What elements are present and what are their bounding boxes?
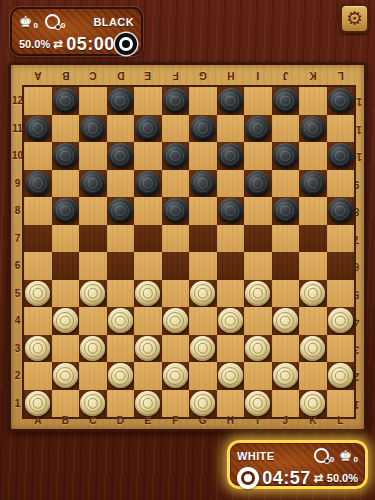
square-a8[interactable]: [24, 197, 52, 225]
board-grid: [24, 87, 354, 417]
square-h10[interactable]: [217, 142, 245, 170]
square-e3[interactable]: [134, 335, 162, 363]
square-l7[interactable]: [327, 225, 355, 253]
square-i5[interactable]: [244, 280, 272, 308]
white-piece[interactable]: [300, 336, 325, 361]
square-j2[interactable]: [272, 362, 300, 390]
square-j9[interactable]: [272, 170, 300, 198]
square-b11[interactable]: [52, 115, 80, 143]
black-piece[interactable]: [300, 171, 325, 196]
black-piece[interactable]: [328, 198, 353, 223]
square-b9[interactable]: [52, 170, 80, 198]
file-label-bottom-a: A: [24, 412, 52, 428]
white-piece-indicator-icon: [237, 467, 259, 489]
square-a4[interactable]: [24, 307, 52, 335]
square-b3[interactable]: [52, 335, 80, 363]
square-j6[interactable]: [272, 252, 300, 280]
square-a7[interactable]: [24, 225, 52, 253]
checker-piece-icon: [45, 14, 60, 29]
black-piece[interactable]: [80, 116, 105, 141]
black-piece[interactable]: [218, 88, 243, 113]
black-piece[interactable]: [135, 116, 160, 141]
file-label-top-k: K: [299, 68, 327, 84]
white-piece[interactable]: [53, 308, 78, 333]
file-label-top-g: G: [189, 68, 217, 84]
black-piece[interactable]: [218, 143, 243, 168]
square-c4[interactable]: [79, 307, 107, 335]
black-piece[interactable]: [135, 171, 160, 196]
square-b8[interactable]: [52, 197, 80, 225]
black-piece[interactable]: [190, 171, 215, 196]
white-piece[interactable]: [108, 308, 133, 333]
file-label-top-i: I: [244, 68, 272, 84]
white-piece[interactable]: [218, 363, 243, 388]
rank-label-left-6: 6: [11, 252, 24, 280]
black-piece[interactable]: [108, 143, 133, 168]
swap-arrows-icon: ⇄: [314, 472, 324, 484]
rank-label-left-10: 10: [11, 142, 24, 170]
square-f7[interactable]: [162, 225, 190, 253]
square-h12[interactable]: [217, 87, 245, 115]
square-l9[interactable]: [327, 170, 355, 198]
square-j3[interactable]: [272, 335, 300, 363]
square-j4[interactable]: [272, 307, 300, 335]
square-h2[interactable]: [217, 362, 245, 390]
square-g10[interactable]: [189, 142, 217, 170]
square-e2[interactable]: [134, 362, 162, 390]
white-piece[interactable]: [300, 281, 325, 306]
square-d6[interactable]: [107, 252, 135, 280]
black-piece[interactable]: [108, 88, 133, 113]
square-a2[interactable]: [24, 362, 52, 390]
square-l3[interactable]: [327, 335, 355, 363]
file-label-bottom-c: C: [79, 412, 107, 428]
square-g9[interactable]: [189, 170, 217, 198]
square-a9[interactable]: [24, 170, 52, 198]
rank-label-left-11: 11: [11, 115, 24, 143]
file-labels-top: ABCDEFGHIJKL: [24, 68, 354, 84]
black-piece[interactable]: [53, 143, 78, 168]
rank-label-left-9: 9: [11, 170, 24, 198]
square-g7[interactable]: [189, 225, 217, 253]
square-i2[interactable]: [244, 362, 272, 390]
square-l8[interactable]: [327, 197, 355, 225]
file-label-bottom-j: J: [272, 412, 300, 428]
white-men-captured-count: 0: [330, 456, 334, 464]
square-e8[interactable]: [134, 197, 162, 225]
king-icon: ♚: [19, 15, 32, 30]
file-label-bottom-h: H: [217, 412, 245, 428]
square-a12[interactable]: [24, 87, 52, 115]
square-h6[interactable]: [217, 252, 245, 280]
file-label-bottom-g: G: [189, 412, 217, 428]
square-c5[interactable]: [79, 280, 107, 308]
square-h3[interactable]: [217, 335, 245, 363]
black-kings-captured-count: 0: [33, 22, 37, 30]
white-piece[interactable]: [25, 281, 50, 306]
square-c9[interactable]: [79, 170, 107, 198]
black-win-percent: 50.0%: [19, 38, 50, 50]
white-piece[interactable]: [25, 336, 50, 361]
white-piece[interactable]: [190, 281, 215, 306]
square-g12[interactable]: [189, 87, 217, 115]
file-label-top-d: D: [107, 68, 135, 84]
square-e12[interactable]: [134, 87, 162, 115]
square-c11[interactable]: [79, 115, 107, 143]
square-h5[interactable]: [217, 280, 245, 308]
app-root: ♚ 0 0 BLACK 50.0% ⇄ 05:00 ⚙ ABCDEFGHIJKL…: [0, 0, 375, 500]
square-a5[interactable]: [24, 280, 52, 308]
square-k9[interactable]: [299, 170, 327, 198]
square-h4[interactable]: [217, 307, 245, 335]
square-g11[interactable]: [189, 115, 217, 143]
square-k3[interactable]: [299, 335, 327, 363]
square-e6[interactable]: [134, 252, 162, 280]
square-c10[interactable]: [79, 142, 107, 170]
square-f6[interactable]: [162, 252, 190, 280]
white-piece[interactable]: [273, 363, 298, 388]
white-clock: 04:57: [262, 468, 311, 489]
square-i9[interactable]: [244, 170, 272, 198]
square-c3[interactable]: [79, 335, 107, 363]
white-piece[interactable]: [328, 363, 353, 388]
black-piece[interactable]: [328, 88, 353, 113]
black-piece[interactable]: [245, 116, 270, 141]
white-piece[interactable]: [108, 363, 133, 388]
black-piece[interactable]: [273, 88, 298, 113]
square-l12[interactable]: [327, 87, 355, 115]
square-f11[interactable]: [162, 115, 190, 143]
square-k4[interactable]: [299, 307, 327, 335]
square-g8[interactable]: [189, 197, 217, 225]
swap-arrows-icon: ⇄: [53, 38, 63, 50]
black-piece[interactable]: [25, 116, 50, 141]
file-labels-bottom: ABCDEFGHIJKL: [24, 412, 354, 428]
checker-piece-icon: [314, 448, 329, 463]
file-label-bottom-b: B: [52, 412, 80, 428]
square-d8[interactable]: [107, 197, 135, 225]
square-d10[interactable]: [107, 142, 135, 170]
square-h7[interactable]: [217, 225, 245, 253]
square-l2[interactable]: [327, 362, 355, 390]
black-piece[interactable]: [328, 143, 353, 168]
black-piece-indicator-center: [119, 37, 133, 51]
file-label-bottom-k: K: [299, 412, 327, 428]
gear-icon: ⚙: [346, 9, 363, 28]
square-d7[interactable]: [107, 225, 135, 253]
square-h8[interactable]: [217, 197, 245, 225]
square-l5[interactable]: [327, 280, 355, 308]
square-f9[interactable]: [162, 170, 190, 198]
square-c6[interactable]: [79, 252, 107, 280]
square-k12[interactable]: [299, 87, 327, 115]
square-h9[interactable]: [217, 170, 245, 198]
white-piece[interactable]: [135, 281, 160, 306]
square-i6[interactable]: [244, 252, 272, 280]
black-men-captured: 0: [45, 14, 65, 30]
square-b2[interactable]: [52, 362, 80, 390]
white-player-panel: WHITE 0 ♚ 0 04:57 ⇄ 50.0%: [227, 440, 368, 489]
square-b5[interactable]: [52, 280, 80, 308]
square-i4[interactable]: [244, 307, 272, 335]
square-k10[interactable]: [299, 142, 327, 170]
square-d3[interactable]: [107, 335, 135, 363]
square-f8[interactable]: [162, 197, 190, 225]
white-kings-captured-count: 0: [354, 456, 358, 464]
square-a10[interactable]: [24, 142, 52, 170]
black-piece[interactable]: [25, 171, 50, 196]
square-i8[interactable]: [244, 197, 272, 225]
square-d4[interactable]: [107, 307, 135, 335]
file-label-top-c: C: [79, 68, 107, 84]
square-b6[interactable]: [52, 252, 80, 280]
white-men-captured: 0: [314, 448, 334, 464]
square-j8[interactable]: [272, 197, 300, 225]
square-g5[interactable]: [189, 280, 217, 308]
checker-piece-icon-inner: [55, 24, 61, 30]
square-k11[interactable]: [299, 115, 327, 143]
checkers-board: ABCDEFGHIJKL 121110987654321 12111098765…: [8, 62, 367, 432]
rank-labels-left: 121110987654321: [11, 87, 24, 417]
rank-label-left-12: 12: [11, 87, 24, 115]
square-j5[interactable]: [272, 280, 300, 308]
square-i12[interactable]: [244, 87, 272, 115]
white-win-percent: 50.0%: [327, 472, 358, 484]
square-f3[interactable]: [162, 335, 190, 363]
white-piece[interactable]: [53, 363, 78, 388]
square-b4[interactable]: [52, 307, 80, 335]
black-piece[interactable]: [163, 88, 188, 113]
square-e11[interactable]: [134, 115, 162, 143]
square-g4[interactable]: [189, 307, 217, 335]
square-h11[interactable]: [217, 115, 245, 143]
square-f10[interactable]: [162, 142, 190, 170]
white-piece[interactable]: [163, 363, 188, 388]
black-piece[interactable]: [163, 198, 188, 223]
white-piece[interactable]: [218, 308, 243, 333]
square-g6[interactable]: [189, 252, 217, 280]
square-e7[interactable]: [134, 225, 162, 253]
square-d12[interactable]: [107, 87, 135, 115]
square-j10[interactable]: [272, 142, 300, 170]
square-c12[interactable]: [79, 87, 107, 115]
square-a3[interactable]: [24, 335, 52, 363]
black-player-label: BLACK: [94, 16, 135, 28]
checker-piece-icon-inner: [324, 458, 330, 464]
black-piece[interactable]: [190, 116, 215, 141]
square-k5[interactable]: [299, 280, 327, 308]
square-b7[interactable]: [52, 225, 80, 253]
square-j7[interactable]: [272, 225, 300, 253]
square-a11[interactable]: [24, 115, 52, 143]
square-f5[interactable]: [162, 280, 190, 308]
square-l6[interactable]: [327, 252, 355, 280]
black-piece[interactable]: [273, 198, 298, 223]
black-piece[interactable]: [218, 198, 243, 223]
black-piece[interactable]: [245, 171, 270, 196]
white-piece[interactable]: [328, 308, 353, 333]
file-label-bottom-f: F: [162, 412, 190, 428]
settings-button[interactable]: ⚙: [340, 4, 369, 33]
white-piece[interactable]: [135, 336, 160, 361]
black-piece[interactable]: [163, 143, 188, 168]
file-label-top-b: B: [52, 68, 80, 84]
white-piece[interactable]: [190, 336, 215, 361]
square-l4[interactable]: [327, 307, 355, 335]
square-g3[interactable]: [189, 335, 217, 363]
white-piece-indicator-center: [241, 471, 255, 485]
file-label-bottom-e: E: [134, 412, 162, 428]
rank-label-left-1: 1: [11, 390, 24, 418]
black-men-captured-count: 0: [61, 22, 65, 30]
file-label-bottom-l: L: [327, 412, 355, 428]
file-label-top-h: H: [217, 68, 245, 84]
square-i10[interactable]: [244, 142, 272, 170]
square-k7[interactable]: [299, 225, 327, 253]
file-label-top-f: F: [162, 68, 190, 84]
square-d11[interactable]: [107, 115, 135, 143]
white-piece[interactable]: [163, 308, 188, 333]
rank-label-left-3: 3: [11, 335, 24, 363]
square-j11[interactable]: [272, 115, 300, 143]
black-piece[interactable]: [53, 198, 78, 223]
rank-label-left-7: 7: [11, 225, 24, 253]
black-piece[interactable]: [80, 171, 105, 196]
black-clock: 05:00: [66, 34, 115, 55]
square-g2[interactable]: [189, 362, 217, 390]
square-i7[interactable]: [244, 225, 272, 253]
file-label-bottom-d: D: [107, 412, 135, 428]
square-k2[interactable]: [299, 362, 327, 390]
square-c7[interactable]: [79, 225, 107, 253]
black-player-panel: ♚ 0 0 BLACK 50.0% ⇄ 05:00: [10, 7, 143, 56]
white-player-label: WHITE: [237, 450, 274, 462]
file-label-top-a: A: [24, 68, 52, 84]
square-b10[interactable]: [52, 142, 80, 170]
square-d5[interactable]: [107, 280, 135, 308]
square-c2[interactable]: [79, 362, 107, 390]
square-k8[interactable]: [299, 197, 327, 225]
file-label-bottom-i: I: [244, 412, 272, 428]
square-i3[interactable]: [244, 335, 272, 363]
square-d9[interactable]: [107, 170, 135, 198]
black-piece[interactable]: [53, 88, 78, 113]
square-b12[interactable]: [52, 87, 80, 115]
square-d2[interactable]: [107, 362, 135, 390]
white-piece[interactable]: [245, 281, 270, 306]
king-icon: ♚: [339, 449, 352, 464]
rank-label-left-4: 4: [11, 307, 24, 335]
black-piece-indicator-icon: [115, 33, 137, 55]
square-e10[interactable]: [134, 142, 162, 170]
black-piece[interactable]: [300, 116, 325, 141]
square-i11[interactable]: [244, 115, 272, 143]
square-a6[interactable]: [24, 252, 52, 280]
square-l10[interactable]: [327, 142, 355, 170]
file-label-top-l: L: [327, 68, 355, 84]
file-label-top-e: E: [134, 68, 162, 84]
square-f12[interactable]: [162, 87, 190, 115]
square-e5[interactable]: [134, 280, 162, 308]
file-label-top-j: J: [272, 68, 300, 84]
rank-label-left-2: 2: [11, 362, 24, 390]
square-f2[interactable]: [162, 362, 190, 390]
rank-label-left-8: 8: [11, 197, 24, 225]
black-kings-captured: ♚ 0: [19, 15, 38, 30]
square-f4[interactable]: [162, 307, 190, 335]
square-j12[interactable]: [272, 87, 300, 115]
white-piece[interactable]: [80, 336, 105, 361]
square-e4[interactable]: [134, 307, 162, 335]
black-piece[interactable]: [273, 143, 298, 168]
white-piece[interactable]: [80, 281, 105, 306]
black-piece[interactable]: [108, 198, 133, 223]
square-k6[interactable]: [299, 252, 327, 280]
white-piece[interactable]: [245, 336, 270, 361]
square-e9[interactable]: [134, 170, 162, 198]
white-piece[interactable]: [273, 308, 298, 333]
square-c8[interactable]: [79, 197, 107, 225]
rank-label-left-5: 5: [11, 280, 24, 308]
white-kings-captured: ♚ 0: [339, 449, 358, 464]
square-l11[interactable]: [327, 115, 355, 143]
